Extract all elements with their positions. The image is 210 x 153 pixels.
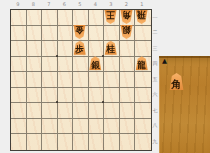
file-label: 2	[119, 0, 135, 8]
file-label: 4	[88, 0, 104, 8]
board-square[interactable]	[42, 103, 58, 119]
board-square[interactable]	[73, 88, 89, 104]
piece-kanji: 金	[76, 25, 84, 36]
board-square[interactable]	[135, 72, 151, 88]
board-square[interactable]	[73, 103, 89, 119]
board-square[interactable]	[58, 57, 74, 73]
board-square[interactable]	[58, 10, 74, 26]
file-label: 7	[41, 0, 57, 8]
board-square[interactable]	[58, 119, 74, 135]
board-square[interactable]	[120, 57, 136, 73]
piece-kanji: 角	[122, 10, 130, 21]
board-square[interactable]	[42, 10, 58, 26]
board-square[interactable]	[104, 119, 120, 135]
piece-kanji: 歩	[76, 44, 84, 55]
board-square[interactable]	[11, 57, 27, 73]
board-square[interactable]	[73, 57, 89, 73]
board-square[interactable]	[89, 103, 105, 119]
board-square[interactable]	[27, 26, 43, 42]
board-square[interactable]	[11, 41, 27, 57]
board-square[interactable]	[58, 134, 74, 150]
board-square[interactable]	[11, 88, 27, 104]
board-square[interactable]	[135, 103, 151, 119]
board-square[interactable]	[27, 88, 43, 104]
board-square[interactable]	[27, 119, 43, 135]
piece-kanji: 銀	[91, 60, 99, 71]
board-square[interactable]	[27, 103, 43, 119]
board-square[interactable]	[42, 41, 58, 57]
hoshi-dot	[56, 101, 58, 103]
board-square[interactable]	[120, 134, 136, 150]
file-label: 3	[103, 0, 119, 8]
board-square[interactable]	[42, 119, 58, 135]
board-square[interactable]	[27, 41, 43, 57]
board-square[interactable]	[104, 72, 120, 88]
board-square[interactable]	[58, 72, 74, 88]
board-square[interactable]	[73, 119, 89, 135]
board-square[interactable]	[135, 119, 151, 135]
file-label: 1	[134, 0, 150, 8]
board-square[interactable]	[42, 72, 58, 88]
board-square[interactable]	[27, 72, 43, 88]
board-square[interactable]	[89, 72, 105, 88]
board-square[interactable]	[135, 41, 151, 57]
hand-piece-bishop[interactable]: 角	[169, 73, 184, 90]
rank-label: 二	[151, 25, 160, 41]
sente-marker: ▲	[162, 57, 167, 65]
board-square[interactable]	[89, 10, 105, 26]
board-square[interactable]	[120, 72, 136, 88]
board-square[interactable]	[120, 103, 136, 119]
board-square[interactable]	[135, 88, 151, 104]
file-label: 9	[10, 0, 26, 8]
board-square[interactable]	[73, 134, 89, 150]
board-square[interactable]	[135, 26, 151, 42]
board-square[interactable]	[120, 41, 136, 57]
board-square[interactable]	[120, 119, 136, 135]
board-square[interactable]	[42, 57, 58, 73]
board-square[interactable]	[27, 10, 43, 26]
piece-kanji: 角	[172, 78, 182, 91]
board-square[interactable]	[27, 57, 43, 73]
hoshi-dot	[56, 55, 58, 57]
piece-kanji: 飛	[138, 10, 146, 21]
board-square[interactable]	[104, 103, 120, 119]
board-square[interactable]	[11, 26, 27, 42]
file-label: 5	[72, 0, 88, 8]
board-square[interactable]	[58, 26, 74, 42]
board-square[interactable]	[89, 26, 105, 42]
komadai-sente: ▲ 角	[159, 56, 210, 153]
board-square[interactable]	[73, 10, 89, 26]
board-square[interactable]	[11, 10, 27, 26]
board-square[interactable]	[11, 119, 27, 135]
piece-kanji: 龍	[138, 60, 146, 71]
board-square[interactable]	[104, 88, 120, 104]
piece-kanji: 王	[107, 10, 115, 21]
hoshi-dot	[102, 55, 104, 57]
board-square[interactable]	[11, 134, 27, 150]
rank-label: 一	[151, 9, 160, 25]
board-square[interactable]	[89, 119, 105, 135]
rank-label: 三	[151, 40, 160, 56]
board-square[interactable]	[42, 134, 58, 150]
board-square[interactable]	[104, 57, 120, 73]
piece-kanji: 銀	[122, 25, 130, 36]
file-label: 8	[26, 0, 42, 8]
board-square[interactable]	[104, 26, 120, 42]
board-square[interactable]	[42, 26, 58, 42]
board-square[interactable]	[120, 88, 136, 104]
board-square[interactable]	[135, 134, 151, 150]
board-square[interactable]	[104, 134, 120, 150]
file-label: 6	[57, 0, 73, 8]
board-square[interactable]	[58, 41, 74, 57]
board-square[interactable]	[58, 88, 74, 104]
board-square[interactable]	[11, 72, 27, 88]
piece-kanji: 桂	[107, 44, 115, 55]
shogi-diagram: 987654321 一二三四五六七八九 ▲ 角 王角飛銀金歩桂銀龍	[0, 0, 210, 153]
board-square[interactable]	[58, 103, 74, 119]
file-coordinates: 987654321	[10, 0, 150, 8]
board-square[interactable]	[89, 134, 105, 150]
board-square[interactable]	[73, 72, 89, 88]
board-square[interactable]	[11, 103, 27, 119]
board-square[interactable]	[27, 134, 43, 150]
hoshi-dot	[102, 101, 104, 103]
